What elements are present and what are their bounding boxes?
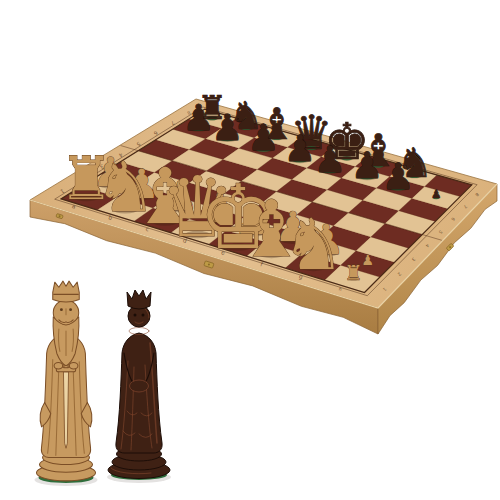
svg-text:♟: ♟	[182, 97, 214, 138]
svg-text:♞: ♞	[282, 204, 345, 286]
light-carved-king-figure	[31, 274, 101, 488]
piece-white-rook-h1: ♜	[344, 261, 363, 285]
svg-text:♜: ♜	[344, 261, 363, 285]
dark-carved-king-figure	[103, 283, 175, 485]
svg-text:♟: ♟	[431, 187, 441, 201]
svg-text:♟: ♟	[284, 128, 316, 170]
light-figure-crown	[53, 281, 79, 302]
dark-figure-robe	[116, 333, 162, 453]
chess-set-product-photo: abcdefgh1122334455667788♜♞♟♝♟♛♟♚♟♝♟♞♟♟♜♟…	[0, 0, 500, 500]
piece-black-pawn-a7: ♟	[182, 97, 214, 138]
svg-text:♟: ♟	[362, 252, 374, 268]
svg-text:♟: ♟	[351, 144, 384, 187]
svg-text:♟: ♟	[247, 117, 279, 158]
svg-text:♟: ♟	[211, 107, 243, 148]
dark-figure-crown	[127, 290, 151, 309]
piece-white-pawn-h2: ♟	[362, 252, 374, 268]
piece-black-pawn-h7: ♟	[431, 187, 441, 201]
light-figure-right-eye	[69, 308, 72, 311]
piece-black-pawn-c7: ♟	[247, 117, 279, 158]
light-figure-head	[53, 281, 79, 366]
piece-white-knight-g1: ♞	[282, 204, 345, 286]
light-figure-left-eye	[60, 308, 63, 311]
piece-black-pawn-f7: ♟	[351, 144, 384, 187]
piece-black-pawn-g7: ♟	[382, 155, 415, 198]
light-figure-right-hand	[69, 362, 78, 369]
light-figure-left-hand	[54, 362, 63, 369]
dark-figure-head	[127, 290, 151, 335]
piece-black-pawn-d7: ♟	[284, 128, 316, 170]
dark-figure-hands	[130, 380, 149, 392]
piece-black-pawn-e7: ♟	[314, 138, 346, 181]
svg-text:♟: ♟	[382, 155, 415, 198]
dark-figure-left-eye	[134, 314, 137, 317]
piece-black-pawn-b7: ♟	[211, 107, 243, 148]
svg-text:♟: ♟	[314, 138, 346, 181]
dark-figure-right-eye	[142, 314, 145, 317]
